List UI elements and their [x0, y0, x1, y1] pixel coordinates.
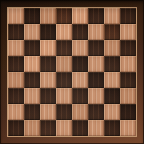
square-d2[interactable]	[56, 104, 72, 120]
square-b5[interactable]	[24, 56, 40, 72]
square-e7[interactable]	[72, 24, 88, 40]
square-e3[interactable]	[72, 88, 88, 104]
square-c8[interactable]	[40, 8, 56, 24]
square-h5[interactable]	[120, 56, 136, 72]
square-a8[interactable]	[8, 8, 24, 24]
square-a3[interactable]	[8, 88, 24, 104]
square-b6[interactable]	[24, 40, 40, 56]
square-d3[interactable]	[56, 88, 72, 104]
square-a7[interactable]	[8, 24, 24, 40]
square-h2[interactable]	[120, 104, 136, 120]
square-e6[interactable]	[72, 40, 88, 56]
square-h8[interactable]	[120, 8, 136, 24]
square-f7[interactable]	[88, 24, 104, 40]
square-a2[interactable]	[8, 104, 24, 120]
square-d1[interactable]	[56, 120, 72, 136]
square-a5[interactable]	[8, 56, 24, 72]
square-e2[interactable]	[72, 104, 88, 120]
square-e1[interactable]	[72, 120, 88, 136]
square-b8[interactable]	[24, 8, 40, 24]
square-a4[interactable]	[8, 72, 24, 88]
square-f8[interactable]	[88, 8, 104, 24]
square-d6[interactable]	[56, 40, 72, 56]
square-c7[interactable]	[40, 24, 56, 40]
chessboard-photo	[0, 0, 144, 144]
square-g2[interactable]	[104, 104, 120, 120]
square-b3[interactable]	[24, 88, 40, 104]
square-d8[interactable]	[56, 8, 72, 24]
square-h6[interactable]	[120, 40, 136, 56]
square-h3[interactable]	[120, 88, 136, 104]
square-g5[interactable]	[104, 56, 120, 72]
square-g7[interactable]	[104, 24, 120, 40]
square-g6[interactable]	[104, 40, 120, 56]
square-b4[interactable]	[24, 72, 40, 88]
square-d5[interactable]	[56, 56, 72, 72]
square-e5[interactable]	[72, 56, 88, 72]
square-g1[interactable]	[104, 120, 120, 136]
square-h7[interactable]	[120, 24, 136, 40]
square-f6[interactable]	[88, 40, 104, 56]
square-a1[interactable]	[8, 120, 24, 136]
square-c5[interactable]	[40, 56, 56, 72]
square-d4[interactable]	[56, 72, 72, 88]
square-d7[interactable]	[56, 24, 72, 40]
square-c6[interactable]	[40, 40, 56, 56]
square-b7[interactable]	[24, 24, 40, 40]
square-f1[interactable]	[88, 120, 104, 136]
square-c4[interactable]	[40, 72, 56, 88]
square-f5[interactable]	[88, 56, 104, 72]
square-c1[interactable]	[40, 120, 56, 136]
chess-board	[8, 8, 136, 136]
square-e4[interactable]	[72, 72, 88, 88]
square-c2[interactable]	[40, 104, 56, 120]
square-g3[interactable]	[104, 88, 120, 104]
board-trim	[7, 7, 137, 137]
square-f4[interactable]	[88, 72, 104, 88]
square-h1[interactable]	[120, 120, 136, 136]
square-f3[interactable]	[88, 88, 104, 104]
square-f2[interactable]	[88, 104, 104, 120]
square-b2[interactable]	[24, 104, 40, 120]
square-g8[interactable]	[104, 8, 120, 24]
square-e8[interactable]	[72, 8, 88, 24]
square-b1[interactable]	[24, 120, 40, 136]
square-g4[interactable]	[104, 72, 120, 88]
square-c3[interactable]	[40, 88, 56, 104]
square-a6[interactable]	[8, 40, 24, 56]
square-h4[interactable]	[120, 72, 136, 88]
